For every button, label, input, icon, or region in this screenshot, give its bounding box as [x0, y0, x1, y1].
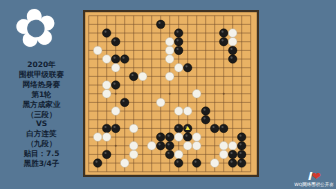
stone-highlight: [239, 135, 241, 137]
black-stone: [228, 55, 237, 64]
white-stone: [228, 29, 237, 38]
black-stone: [156, 133, 165, 142]
white-stone: [228, 142, 237, 151]
star-point: [115, 93, 117, 95]
stone-highlight: [221, 126, 223, 128]
stone-highlight: [158, 22, 160, 24]
stone-highlight: [230, 57, 232, 59]
black-stone: [237, 159, 246, 168]
black-stone: [165, 150, 174, 159]
white-stone: [102, 133, 111, 142]
stone-highlight: [194, 161, 196, 163]
stone-highlight: [185, 65, 187, 67]
white-stone: [102, 89, 111, 98]
stone-highlight: [176, 39, 178, 41]
black-stone: [174, 46, 183, 55]
white-stone: [192, 142, 201, 151]
white-stone: [174, 133, 183, 142]
white-stone: [111, 107, 120, 116]
black-stone: [165, 133, 174, 142]
stone-highlight: [158, 143, 160, 145]
stone-highlight: [230, 152, 232, 154]
stone-highlight: [131, 74, 133, 76]
black-stone: [228, 150, 237, 159]
info-line: 网络热身赛: [0, 80, 83, 90]
stone-highlight: [185, 135, 187, 137]
info-line: 第1轮: [0, 90, 83, 100]
stone-highlight: [239, 152, 241, 154]
go-board-svg: [83, 10, 259, 177]
info-line: （九段）: [0, 139, 83, 149]
white-stone: [102, 55, 111, 64]
white-stone: [156, 98, 165, 107]
white-stone: [174, 150, 183, 159]
stone-highlight: [221, 39, 223, 41]
black-stone: [228, 46, 237, 55]
white-stone: [93, 46, 102, 55]
stone-highlight: [158, 135, 160, 137]
logo-caption: WQ网络围棋公开赛: [293, 182, 335, 187]
black-stone: [183, 63, 192, 72]
white-stone: [192, 89, 201, 98]
stone-highlight: [230, 48, 232, 50]
stone-highlight: [239, 161, 241, 163]
black-stone: [219, 29, 228, 38]
white-stone: [138, 72, 147, 81]
stone-highlight: [230, 161, 232, 163]
white-stone: [210, 159, 219, 168]
black-stone: [156, 20, 165, 29]
black-stone: [120, 98, 129, 107]
black-stone: [201, 115, 210, 124]
stone-highlight: [104, 152, 106, 154]
info-panel: ✿ 2020年围棋甲级联赛网络热身赛第1轮黑方成家业（三段）VS白方连笑（九段）…: [0, 0, 83, 189]
flower-logo-icon: ✿: [10, 0, 62, 61]
white-stone: [165, 72, 174, 81]
info-line: 围棋甲级联赛: [0, 70, 83, 80]
black-stone: [237, 150, 246, 159]
black-stone: [237, 133, 246, 142]
stone-highlight: [167, 143, 169, 145]
right-strip: ✿ ✿: [259, 0, 336, 189]
stone-highlight: [113, 57, 115, 59]
white-stone: [129, 142, 138, 151]
stone-highlight: [122, 57, 124, 59]
black-stone: [174, 124, 183, 133]
stone-highlight: [176, 126, 178, 128]
white-stone: [219, 142, 228, 151]
black-stone: [111, 37, 120, 46]
stone-highlight: [95, 161, 97, 163]
white-stone: [93, 133, 102, 142]
black-stone: [201, 107, 210, 116]
stone-highlight: [167, 135, 169, 137]
stone-highlight: [167, 152, 169, 154]
screenshot-root: { "game": "go", "match": { "event": "202…: [0, 0, 336, 189]
stone-highlight: [122, 100, 124, 102]
stone-highlight: [176, 31, 178, 33]
stone-highlight: [113, 83, 115, 85]
info-line: 2020年: [0, 60, 83, 70]
white-stone: [174, 107, 183, 116]
white-stone: [174, 63, 183, 72]
stone-highlight: [176, 161, 178, 163]
black-stone: [192, 159, 201, 168]
white-stone: [165, 55, 174, 64]
black-stone: [102, 150, 111, 159]
white-stone: [165, 37, 174, 46]
black-stone: [165, 142, 174, 151]
white-stone: [228, 37, 237, 46]
black-stone: [228, 159, 237, 168]
black-stone: [120, 55, 129, 64]
info-line: 黑方成家业: [0, 100, 83, 110]
stone-highlight: [104, 126, 106, 128]
black-stone: [156, 142, 165, 151]
info-line: 白方连笑: [0, 129, 83, 139]
stone-highlight: [212, 126, 214, 128]
black-stone: [237, 142, 246, 151]
stone-highlight: [239, 143, 241, 145]
black-stone: [102, 124, 111, 133]
star-point: [115, 145, 117, 147]
white-stone: [129, 124, 138, 133]
stone-highlight: [203, 109, 205, 111]
white-stone: [120, 159, 129, 168]
black-stone: [219, 124, 228, 133]
white-stone: [183, 142, 192, 151]
stone-highlight: [221, 31, 223, 33]
black-stone: [174, 29, 183, 38]
info-line: （三段）: [0, 110, 83, 120]
stone-highlight: [176, 48, 178, 50]
stone-highlight: [113, 126, 115, 128]
white-stone: [111, 63, 120, 72]
black-stone: [219, 37, 228, 46]
black-stone: [93, 159, 102, 168]
black-stone: [111, 124, 120, 133]
black-stone: [174, 37, 183, 46]
white-stone: [219, 150, 228, 159]
logo-i-heart: I❤: [293, 171, 335, 182]
stone-highlight: [203, 117, 205, 119]
white-stone: [102, 81, 111, 90]
star-point: [169, 93, 171, 95]
white-stone: [147, 142, 156, 151]
broadcast-logo: I❤ WQ网络围棋公开赛: [293, 171, 335, 187]
white-stone: [165, 46, 174, 55]
match-info-text: 2020年围棋甲级联赛网络热身赛第1轮黑方成家业（三段）VS白方连笑（九段）贴目…: [0, 60, 83, 169]
black-stone: [111, 81, 120, 90]
white-stone: [129, 150, 138, 159]
black-stone: [183, 133, 192, 142]
black-stone: [210, 124, 219, 133]
info-line: 黑胜3/4子: [0, 159, 83, 169]
go-board: [83, 10, 259, 177]
info-line: 贴目：7.5: [0, 149, 83, 159]
star-point: [223, 93, 225, 95]
black-stone: [102, 29, 111, 38]
info-line: VS: [0, 119, 83, 129]
black-stone: [111, 55, 120, 64]
white-stone: [192, 133, 201, 142]
black-stone: [129, 72, 138, 81]
black-stone: [174, 159, 183, 168]
white-stone: [183, 107, 192, 116]
stone-highlight: [104, 31, 106, 33]
stone-highlight: [113, 39, 115, 41]
